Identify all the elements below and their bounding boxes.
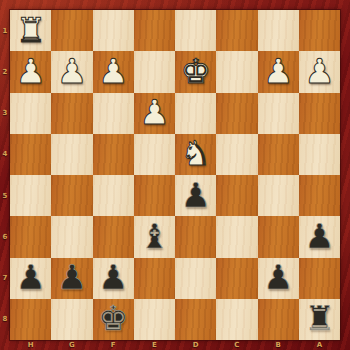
square-e3[interactable]: ♟ <box>134 93 175 134</box>
square-d4[interactable]: ♞ <box>175 134 216 175</box>
board-frame: ♜♟♟♟♚♟♟♟♞♟♝♟♟♟♟♟♚♜ 12345678HGFEDCBA <box>0 0 350 350</box>
square-h2[interactable]: ♟ <box>10 51 51 92</box>
square-f5[interactable] <box>93 175 134 216</box>
black-pawn-d5[interactable]: ♟ <box>180 178 210 212</box>
square-h8[interactable] <box>10 299 51 340</box>
black-pawn-a6[interactable]: ♟ <box>304 219 334 253</box>
file-label-d: D <box>175 340 216 350</box>
file-label-e: E <box>134 340 175 350</box>
square-f6[interactable] <box>93 216 134 257</box>
white-king-d2[interactable]: ♚ <box>180 54 210 88</box>
square-a5[interactable] <box>299 175 340 216</box>
black-pawn-g7[interactable]: ♟ <box>57 260 87 294</box>
square-c2[interactable] <box>216 51 257 92</box>
square-f3[interactable] <box>93 93 134 134</box>
square-d3[interactable] <box>175 93 216 134</box>
square-a6[interactable]: ♟ <box>299 216 340 257</box>
rank-label-1: 1 <box>0 10 10 51</box>
square-b1[interactable] <box>258 10 299 51</box>
square-d1[interactable] <box>175 10 216 51</box>
square-h6[interactable] <box>10 216 51 257</box>
square-h5[interactable] <box>10 175 51 216</box>
square-c7[interactable] <box>216 258 257 299</box>
black-pawn-h7[interactable]: ♟ <box>15 260 45 294</box>
square-b7[interactable]: ♟ <box>258 258 299 299</box>
rank-label-2: 2 <box>0 51 10 92</box>
file-label-b: B <box>258 340 299 350</box>
square-a3[interactable] <box>299 93 340 134</box>
square-b3[interactable] <box>258 93 299 134</box>
square-a7[interactable] <box>299 258 340 299</box>
white-pawn-f2[interactable]: ♟ <box>98 54 128 88</box>
square-f1[interactable] <box>93 10 134 51</box>
square-e7[interactable] <box>134 258 175 299</box>
square-f2[interactable]: ♟ <box>93 51 134 92</box>
black-pawn-b7[interactable]: ♟ <box>263 260 293 294</box>
file-label-c: C <box>216 340 257 350</box>
square-d8[interactable] <box>175 299 216 340</box>
file-label-h: H <box>10 340 51 350</box>
black-king-f8[interactable]: ♚ <box>98 301 128 335</box>
square-a1[interactable] <box>299 10 340 51</box>
square-b2[interactable]: ♟ <box>258 51 299 92</box>
square-d7[interactable] <box>175 258 216 299</box>
square-c6[interactable] <box>216 216 257 257</box>
square-g5[interactable] <box>51 175 92 216</box>
square-a2[interactable]: ♟ <box>299 51 340 92</box>
square-a4[interactable] <box>299 134 340 175</box>
square-h3[interactable] <box>10 93 51 134</box>
square-b8[interactable] <box>258 299 299 340</box>
rank-label-8: 8 <box>0 299 10 340</box>
rank-label-3: 3 <box>0 93 10 134</box>
rank-label-7: 7 <box>0 258 10 299</box>
black-pawn-f7[interactable]: ♟ <box>98 260 128 294</box>
square-a8[interactable]: ♜ <box>299 299 340 340</box>
square-b6[interactable] <box>258 216 299 257</box>
square-b4[interactable] <box>258 134 299 175</box>
square-c8[interactable] <box>216 299 257 340</box>
black-bishop-e6[interactable]: ♝ <box>139 219 169 253</box>
black-rook-a8[interactable]: ♜ <box>304 301 334 335</box>
file-label-g: G <box>51 340 92 350</box>
square-d2[interactable]: ♚ <box>175 51 216 92</box>
file-label-a: A <box>299 340 340 350</box>
square-h7[interactable]: ♟ <box>10 258 51 299</box>
chess-board: ♜♟♟♟♚♟♟♟♞♟♝♟♟♟♟♟♚♜ <box>10 10 340 340</box>
square-c1[interactable] <box>216 10 257 51</box>
square-g3[interactable] <box>51 93 92 134</box>
white-rook-h1[interactable]: ♜ <box>15 13 45 47</box>
square-e1[interactable] <box>134 10 175 51</box>
white-pawn-b2[interactable]: ♟ <box>263 54 293 88</box>
square-f4[interactable] <box>93 134 134 175</box>
rank-label-4: 4 <box>0 134 10 175</box>
rank-label-6: 6 <box>0 216 10 257</box>
white-pawn-e3[interactable]: ♟ <box>139 95 169 129</box>
square-c3[interactable] <box>216 93 257 134</box>
square-g4[interactable] <box>51 134 92 175</box>
square-h1[interactable]: ♜ <box>10 10 51 51</box>
square-g2[interactable]: ♟ <box>51 51 92 92</box>
square-f7[interactable]: ♟ <box>93 258 134 299</box>
square-c5[interactable] <box>216 175 257 216</box>
square-d5[interactable]: ♟ <box>175 175 216 216</box>
square-e8[interactable] <box>134 299 175 340</box>
square-e2[interactable] <box>134 51 175 92</box>
square-e4[interactable] <box>134 134 175 175</box>
white-pawn-a2[interactable]: ♟ <box>304 54 334 88</box>
white-pawn-h2[interactable]: ♟ <box>15 54 45 88</box>
white-pawn-g2[interactable]: ♟ <box>57 54 87 88</box>
square-g8[interactable] <box>51 299 92 340</box>
square-h4[interactable] <box>10 134 51 175</box>
square-e6[interactable]: ♝ <box>134 216 175 257</box>
square-g7[interactable]: ♟ <box>51 258 92 299</box>
white-knight-d4[interactable]: ♞ <box>180 136 210 170</box>
square-g1[interactable] <box>51 10 92 51</box>
square-g6[interactable] <box>51 216 92 257</box>
square-f8[interactable]: ♚ <box>93 299 134 340</box>
rank-label-5: 5 <box>0 175 10 216</box>
square-e5[interactable] <box>134 175 175 216</box>
square-c4[interactable] <box>216 134 257 175</box>
square-b5[interactable] <box>258 175 299 216</box>
square-d6[interactable] <box>175 216 216 257</box>
file-label-f: F <box>93 340 134 350</box>
